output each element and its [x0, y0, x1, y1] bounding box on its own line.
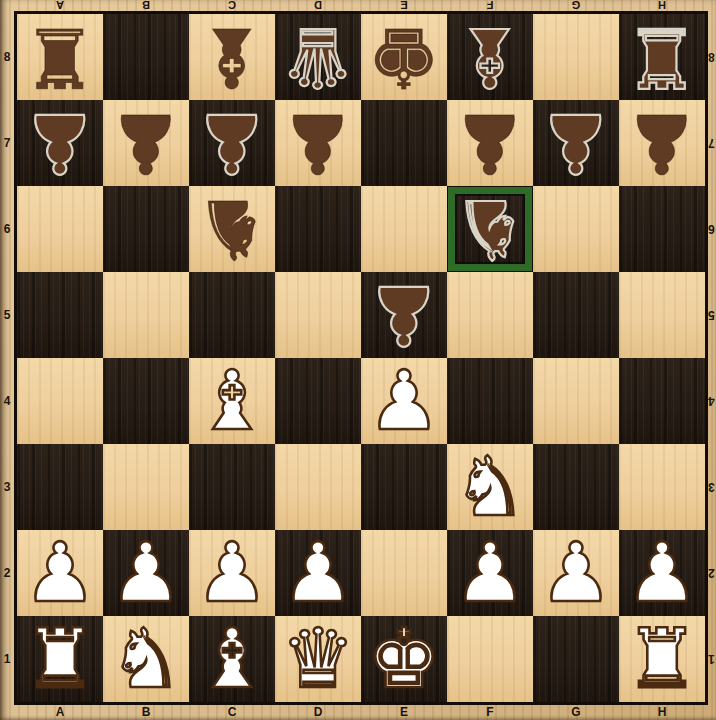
- rank-label: 5: [707, 272, 716, 358]
- square-e7[interactable]: [361, 100, 447, 186]
- square-h7[interactable]: ♟: [619, 100, 705, 186]
- rank-label: 6: [0, 186, 14, 272]
- square-h3[interactable]: [619, 444, 705, 530]
- rank-label: 3: [0, 444, 14, 530]
- square-g1[interactable]: [533, 616, 619, 702]
- square-d6[interactable]: [275, 186, 361, 272]
- square-g2[interactable]: ♟: [533, 530, 619, 616]
- square-c5[interactable]: [189, 272, 275, 358]
- rank-label: 7: [707, 100, 716, 186]
- rank-labels-right: 87654321: [707, 14, 716, 702]
- white-knight[interactable]: ♞: [453, 444, 527, 530]
- square-e2[interactable]: [361, 530, 447, 616]
- file-label: F: [447, 704, 533, 720]
- rank-label: 2: [707, 530, 716, 616]
- square-d8[interactable]: ♛: [275, 14, 361, 100]
- file-labels-bottom: ABCDEFGH: [17, 704, 705, 720]
- square-c7[interactable]: ♟: [189, 100, 275, 186]
- black-rook[interactable]: ♜: [23, 14, 97, 100]
- rank-label: 6: [707, 186, 716, 272]
- chessboard-frame: ABCDEFGH ABCDEFGH 87654321 87654321 ♜♝♛♚…: [0, 0, 716, 720]
- square-h4[interactable]: [619, 358, 705, 444]
- white-pawn[interactable]: ♟: [23, 530, 97, 616]
- black-rook[interactable]: ♜: [625, 14, 699, 100]
- file-label: A: [17, 0, 103, 11]
- square-f7[interactable]: ♟: [447, 100, 533, 186]
- white-rook[interactable]: ♜: [23, 616, 97, 702]
- square-e4[interactable]: ♟: [361, 358, 447, 444]
- square-g5[interactable]: [533, 272, 619, 358]
- white-pawn[interactable]: ♟: [625, 530, 699, 616]
- white-rook[interactable]: ♜: [625, 616, 699, 702]
- white-bishop[interactable]: ♝: [195, 616, 269, 702]
- square-h8[interactable]: ♜: [619, 14, 705, 100]
- square-g6[interactable]: [533, 186, 619, 272]
- square-b5[interactable]: [103, 272, 189, 358]
- square-d4[interactable]: [275, 358, 361, 444]
- white-pawn[interactable]: ♟: [281, 530, 355, 616]
- square-a7[interactable]: ♟: [17, 100, 103, 186]
- square-d7[interactable]: ♟: [275, 100, 361, 186]
- file-label: H: [619, 704, 705, 720]
- square-c8[interactable]: ♝: [189, 14, 275, 100]
- black-pawn[interactable]: ♟: [23, 100, 97, 186]
- rank-label: 1: [707, 616, 716, 702]
- file-label: B: [103, 0, 189, 11]
- square-b2[interactable]: ♟: [103, 530, 189, 616]
- black-knight[interactable]: ♞: [453, 186, 527, 272]
- square-d2[interactable]: ♟: [275, 530, 361, 616]
- white-pawn[interactable]: ♟: [453, 530, 527, 616]
- square-b4[interactable]: [103, 358, 189, 444]
- file-label: C: [189, 704, 275, 720]
- square-h6[interactable]: [619, 186, 705, 272]
- square-e5[interactable]: ♟: [361, 272, 447, 358]
- chessboard[interactable]: ♜♝♛♚♝♜♟♟♟♟♟♟♟♞♞♟♝♟♞♟♟♟♟♟♟♟♜♞♝♛♚♜: [14, 11, 708, 705]
- rank-label: 3: [707, 444, 716, 530]
- square-c4[interactable]: ♝: [189, 358, 275, 444]
- square-b6[interactable]: [103, 186, 189, 272]
- square-h2[interactable]: ♟: [619, 530, 705, 616]
- square-c6[interactable]: ♞: [189, 186, 275, 272]
- square-c3[interactable]: [189, 444, 275, 530]
- file-label: F: [447, 0, 533, 11]
- square-g8[interactable]: [533, 14, 619, 100]
- square-a6[interactable]: [17, 186, 103, 272]
- square-f5[interactable]: [447, 272, 533, 358]
- file-label: A: [17, 704, 103, 720]
- black-knight[interactable]: ♞: [195, 186, 269, 272]
- square-g7[interactable]: ♟: [533, 100, 619, 186]
- rank-label: 5: [0, 272, 14, 358]
- rank-label: 4: [0, 358, 14, 444]
- square-f2[interactable]: ♟: [447, 530, 533, 616]
- file-label: C: [189, 0, 275, 11]
- square-b3[interactable]: [103, 444, 189, 530]
- square-b1[interactable]: ♞: [103, 616, 189, 702]
- square-f8[interactable]: ♝: [447, 14, 533, 100]
- rank-label: 8: [707, 14, 716, 100]
- square-a5[interactable]: [17, 272, 103, 358]
- file-label: E: [361, 704, 447, 720]
- white-bishop[interactable]: ♝: [195, 358, 269, 444]
- black-pawn[interactable]: ♟: [281, 100, 355, 186]
- black-pawn[interactable]: ♟: [109, 100, 183, 186]
- black-bishop[interactable]: ♝: [195, 14, 269, 100]
- black-bishop[interactable]: ♝: [453, 14, 527, 100]
- square-e3[interactable]: [361, 444, 447, 530]
- white-pawn[interactable]: ♟: [539, 530, 613, 616]
- square-h1[interactable]: ♜: [619, 616, 705, 702]
- rank-label: 1: [0, 616, 14, 702]
- black-pawn[interactable]: ♟: [625, 100, 699, 186]
- file-label: H: [619, 0, 705, 11]
- file-label: E: [361, 0, 447, 11]
- black-king[interactable]: ♚: [367, 14, 441, 100]
- square-d3[interactable]: [275, 444, 361, 530]
- square-e1[interactable]: ♚: [361, 616, 447, 702]
- black-pawn[interactable]: ♟: [367, 272, 441, 358]
- file-label: G: [533, 704, 619, 720]
- square-g4[interactable]: [533, 358, 619, 444]
- white-knight[interactable]: ♞: [109, 616, 183, 702]
- rank-label: 7: [0, 100, 14, 186]
- file-label: G: [533, 0, 619, 11]
- square-c2[interactable]: ♟: [189, 530, 275, 616]
- file-labels-top: ABCDEFGH: [17, 0, 705, 11]
- square-d5[interactable]: [275, 272, 361, 358]
- square-a4[interactable]: [17, 358, 103, 444]
- white-pawn[interactable]: ♟: [367, 358, 441, 444]
- black-queen[interactable]: ♛: [281, 14, 355, 100]
- square-a3[interactable]: [17, 444, 103, 530]
- white-king[interactable]: ♚: [367, 616, 441, 702]
- rank-label: 2: [0, 530, 14, 616]
- rank-labels-left: 87654321: [0, 14, 14, 702]
- file-label: D: [275, 704, 361, 720]
- white-pawn[interactable]: ♟: [109, 530, 183, 616]
- square-h5[interactable]: [619, 272, 705, 358]
- square-f6[interactable]: ♞: [447, 186, 533, 272]
- square-a8[interactable]: ♜: [17, 14, 103, 100]
- square-e8[interactable]: ♚: [361, 14, 447, 100]
- white-queen[interactable]: ♛: [281, 616, 355, 702]
- square-b7[interactable]: ♟: [103, 100, 189, 186]
- square-f3[interactable]: ♞: [447, 444, 533, 530]
- file-label: D: [275, 0, 361, 11]
- rank-label: 8: [0, 14, 14, 100]
- black-pawn[interactable]: ♟: [195, 100, 269, 186]
- square-g3[interactable]: [533, 444, 619, 530]
- white-pawn[interactable]: ♟: [195, 530, 269, 616]
- file-label: B: [103, 704, 189, 720]
- rank-label: 4: [707, 358, 716, 444]
- square-e6[interactable]: [361, 186, 447, 272]
- square-b8[interactable]: [103, 14, 189, 100]
- black-pawn[interactable]: ♟: [539, 100, 613, 186]
- square-f1[interactable]: [447, 616, 533, 702]
- square-f4[interactable]: [447, 358, 533, 444]
- square-d1[interactable]: ♛: [275, 616, 361, 702]
- square-a2[interactable]: ♟: [17, 530, 103, 616]
- black-pawn[interactable]: ♟: [453, 100, 527, 186]
- square-c1[interactable]: ♝: [189, 616, 275, 702]
- square-a1[interactable]: ♜: [17, 616, 103, 702]
